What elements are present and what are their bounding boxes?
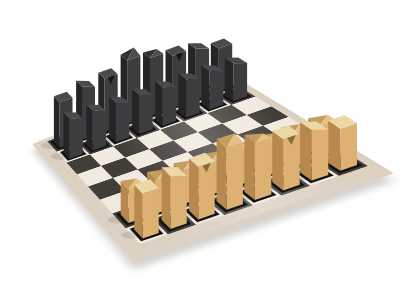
product-photo-stage — [0, 0, 400, 300]
chess-board — [32, 70, 394, 257]
